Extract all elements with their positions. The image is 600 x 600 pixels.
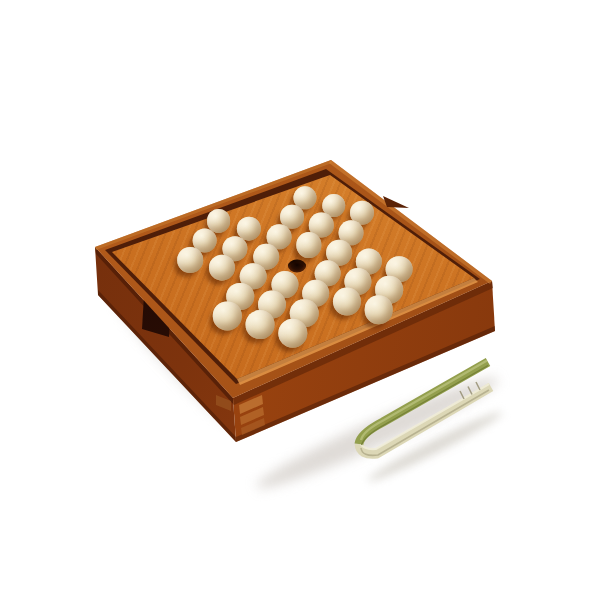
peg-r4c1[interactable] [209, 255, 235, 281]
empty-hole-center[interactable] [288, 260, 306, 273]
peg-r6c3[interactable] [246, 310, 275, 339]
peg-r4c5[interactable] [333, 287, 361, 315]
product-photo-stage [0, 0, 600, 600]
peg-r4c0[interactable] [178, 247, 204, 273]
peg-r4c6[interactable] [364, 296, 393, 325]
